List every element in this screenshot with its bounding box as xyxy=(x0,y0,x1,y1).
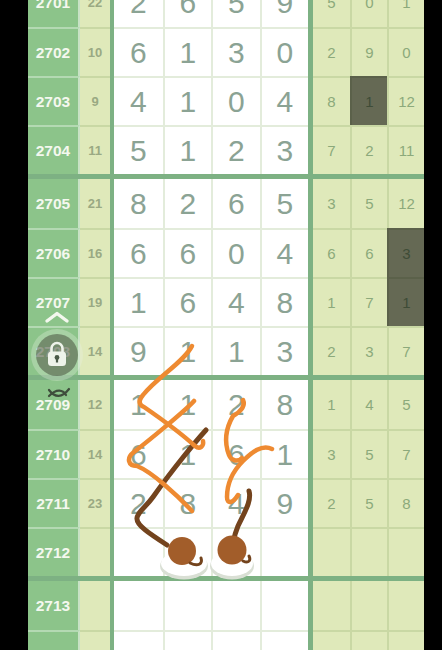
stat-value: 7 xyxy=(387,429,424,478)
draw-digit: 1 xyxy=(163,429,212,478)
draw-digit: 4 xyxy=(114,76,163,125)
draw-digit: 1 xyxy=(163,76,212,125)
stat-value: 0 xyxy=(350,0,387,27)
draw-digit xyxy=(163,581,212,630)
draw-digit: 1 xyxy=(163,125,212,174)
draw-digit: 1 xyxy=(163,27,212,76)
stat-value: 5 xyxy=(350,478,387,527)
stat-value: 6 xyxy=(313,228,350,277)
stat-value: 2 xyxy=(313,27,350,76)
draw-number-label: 2705 xyxy=(28,179,80,228)
draw-digit: 0 xyxy=(260,27,309,76)
draw-history-board: 2701222659501270210613029027039410481122… xyxy=(28,0,424,650)
stat-value xyxy=(387,527,424,576)
digit-sum xyxy=(80,630,110,650)
draw-number-label: 2704 xyxy=(28,125,80,174)
stat-value: 3 xyxy=(313,429,350,478)
stat-value: 8 xyxy=(313,76,350,125)
draw-digit: 1 xyxy=(163,326,212,375)
draw-row-2705[interactable]: 27052182653512 xyxy=(28,179,424,228)
digit-sum: 10 xyxy=(80,27,110,76)
draw-row-2709[interactable]: 2709121128145 xyxy=(28,380,424,429)
draw-digit: 0 xyxy=(211,76,260,125)
draw-digit: 0 xyxy=(211,228,260,277)
draw-row-2702[interactable]: 2702106130290 xyxy=(28,27,424,76)
digit-sum: 16 xyxy=(80,228,110,277)
digit-sum xyxy=(80,527,110,576)
draw-row-2711[interactable]: 2711232849258 xyxy=(28,478,424,527)
draw-digit: 5 xyxy=(114,125,163,174)
digit-sum: 12 xyxy=(80,380,110,429)
draw-digit: 5 xyxy=(211,0,260,27)
draw-digit: 6 xyxy=(114,228,163,277)
draw-digit: 4 xyxy=(260,76,309,125)
stat-value: 5 xyxy=(350,429,387,478)
draw-digit: 6 xyxy=(114,27,163,76)
digit-sum: 9 xyxy=(80,76,110,125)
stat-value: 12 xyxy=(387,76,424,125)
draw-digit: 1 xyxy=(114,380,163,429)
stat-value xyxy=(313,527,350,576)
draw-digit xyxy=(114,527,163,576)
draw-digit xyxy=(260,630,309,650)
draw-digit: 6 xyxy=(211,179,260,228)
draw-row-2712[interactable]: 2712 xyxy=(28,527,424,576)
draw-digit xyxy=(211,581,260,630)
digit-sum: 14 xyxy=(80,326,110,375)
draw-row-2701[interactable]: 2701222659501 xyxy=(28,0,424,27)
draw-number-label: 2709 xyxy=(28,380,80,429)
draw-digit: 8 xyxy=(260,277,309,326)
digit-sum: 11 xyxy=(80,125,110,174)
draw-number-label: 2706 xyxy=(28,228,80,277)
stat-value: 3 xyxy=(313,179,350,228)
draw-digit xyxy=(211,630,260,650)
stat-value: 3 xyxy=(350,326,387,375)
stat-value: 1 xyxy=(313,380,350,429)
draw-digit: 4 xyxy=(260,228,309,277)
stat-value: 5 xyxy=(387,380,424,429)
draw-number-label: 2701 xyxy=(28,0,80,27)
draw-digit: 5 xyxy=(260,179,309,228)
stat-value: 4 xyxy=(350,380,387,429)
digit-sum: 22 xyxy=(80,0,110,27)
stat-value xyxy=(350,527,387,576)
draw-digit: 1 xyxy=(211,326,260,375)
draw-number-label: 2703 xyxy=(28,76,80,125)
stat-value: 5 xyxy=(350,179,387,228)
draw-number-label: 2712 xyxy=(28,527,80,576)
stat-value: 5 xyxy=(313,0,350,27)
stat-value: 3 xyxy=(387,228,424,277)
digit-sum: 21 xyxy=(80,179,110,228)
draw-number-label: 2713 xyxy=(28,581,80,630)
draw-digit: 6 xyxy=(163,277,212,326)
digit-sum: 23 xyxy=(80,478,110,527)
stat-value: 6 xyxy=(350,228,387,277)
stat-value: 12 xyxy=(387,179,424,228)
draw-digit: 1 xyxy=(114,277,163,326)
stat-value: 2 xyxy=(350,125,387,174)
draw-digit: 1 xyxy=(260,429,309,478)
draw-digit: 9 xyxy=(260,478,309,527)
stat-value xyxy=(387,630,424,650)
draw-digit: 9 xyxy=(114,326,163,375)
draw-digit: 2 xyxy=(114,478,163,527)
draw-digit xyxy=(114,581,163,630)
stat-value xyxy=(387,581,424,630)
draw-digit: 8 xyxy=(163,478,212,527)
draw-digit: 4 xyxy=(211,277,260,326)
draw-number-label: 2707 xyxy=(28,277,80,326)
draw-number-label: 2711 xyxy=(28,478,80,527)
draw-digit xyxy=(114,630,163,650)
draw-digit xyxy=(211,527,260,576)
stat-value: 7 xyxy=(387,326,424,375)
draw-row-2713[interactable]: 2713 xyxy=(28,581,424,630)
draw-digit: 2 xyxy=(114,0,163,27)
draw-digit xyxy=(163,630,212,650)
draw-digit: 2 xyxy=(211,125,260,174)
draw-number-label: 2710 xyxy=(28,429,80,478)
draw-row-2710[interactable]: 2710146161357 xyxy=(28,429,424,478)
draw-row-2708[interactable]: 2708149113237 xyxy=(28,326,424,375)
draw-digit: 3 xyxy=(211,27,260,76)
draw-digit: 8 xyxy=(114,179,163,228)
draw-number-label: 2708 xyxy=(28,326,80,375)
draw-row-2706[interactable]: 2706166604663 xyxy=(28,228,424,277)
draw-digit xyxy=(163,527,212,576)
stat-value: 8 xyxy=(387,478,424,527)
draw-row-2704[interactable]: 27041151237211 xyxy=(28,125,424,174)
draw-digit: 1 xyxy=(163,380,212,429)
stat-value xyxy=(350,630,387,650)
stat-value: 1 xyxy=(387,0,424,27)
stat-value: 7 xyxy=(350,277,387,326)
stat-value: 7 xyxy=(313,125,350,174)
stat-value: 1 xyxy=(387,277,424,326)
draw-digit: 3 xyxy=(260,125,309,174)
draw-digit: 2 xyxy=(163,179,212,228)
draw-digit: 9 xyxy=(260,0,309,27)
stat-value: 1 xyxy=(313,277,350,326)
draw-digit: 6 xyxy=(114,429,163,478)
draw-digit: 2 xyxy=(211,380,260,429)
draw-row-2703[interactable]: 2703941048112 xyxy=(28,76,424,125)
draw-digit: 3 xyxy=(260,326,309,375)
draw-number-label: 2714 xyxy=(28,630,80,650)
stat-value: 11 xyxy=(387,125,424,174)
draw-digit xyxy=(260,581,309,630)
digit-sum: 14 xyxy=(80,429,110,478)
digit-sum xyxy=(80,581,110,630)
stat-value: 1 xyxy=(350,76,387,125)
stat-value: 2 xyxy=(313,326,350,375)
draw-row-2714[interactable]: 2714 xyxy=(28,630,424,650)
draw-digit xyxy=(260,527,309,576)
draw-digit: 6 xyxy=(211,429,260,478)
draw-digit: 8 xyxy=(260,380,309,429)
digit-sum: 19 xyxy=(80,277,110,326)
draw-row-2707[interactable]: 2707191648171 xyxy=(28,277,424,326)
draw-digit: 6 xyxy=(163,0,212,27)
stat-value xyxy=(350,581,387,630)
stat-value xyxy=(313,630,350,650)
draw-digit: 4 xyxy=(211,478,260,527)
draw-number-label: 2702 xyxy=(28,27,80,76)
stat-value xyxy=(313,581,350,630)
stat-value: 0 xyxy=(387,27,424,76)
draw-digit: 6 xyxy=(163,228,212,277)
stat-value: 2 xyxy=(313,478,350,527)
stat-value: 9 xyxy=(350,27,387,76)
